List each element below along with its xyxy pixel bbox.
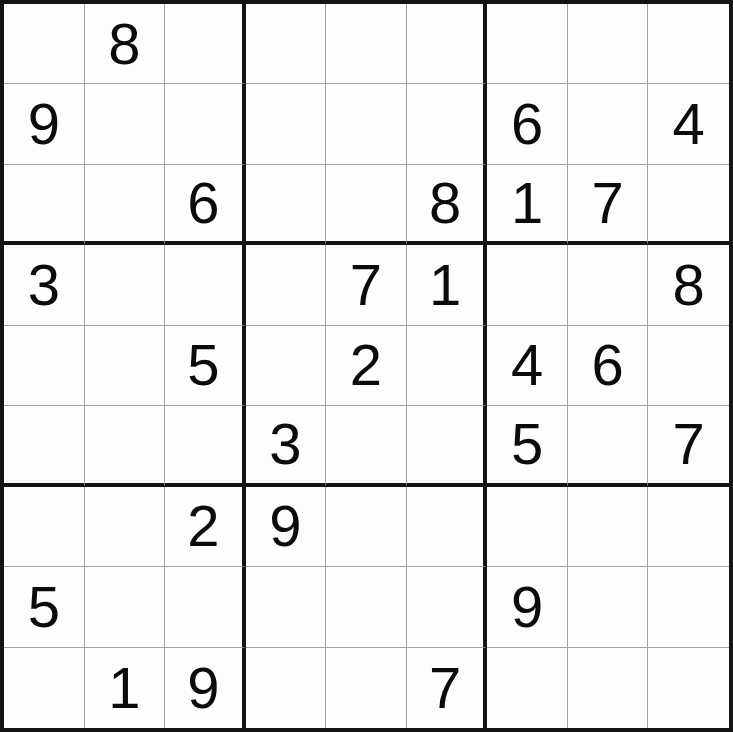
cell-r3c1[interactable] xyxy=(4,165,85,245)
cell-r8c4[interactable] xyxy=(246,567,327,647)
cell-r8c9[interactable] xyxy=(648,567,729,647)
cell-r6c3[interactable] xyxy=(165,406,246,486)
cell-r7c6[interactable] xyxy=(407,487,488,567)
given-digit: 7 xyxy=(429,659,461,717)
cell-r4c4[interactable] xyxy=(246,245,327,325)
cell-r5c9[interactable] xyxy=(648,326,729,406)
given-digit: 8 xyxy=(429,174,461,232)
cell-r4c3[interactable] xyxy=(165,245,246,325)
sudoku-board: 89646817371852463572959197 xyxy=(0,0,733,732)
cell-r9c1[interactable] xyxy=(4,648,85,728)
cell-r6c2[interactable] xyxy=(85,406,166,486)
given-digit: 9 xyxy=(28,95,60,153)
cell-r2c1[interactable]: 9 xyxy=(4,84,85,164)
given-digit: 3 xyxy=(28,256,60,314)
given-digit: 8 xyxy=(108,15,140,73)
given-digit: 5 xyxy=(187,336,219,394)
cell-r6c8[interactable] xyxy=(568,406,649,486)
cell-r4c8[interactable] xyxy=(568,245,649,325)
cell-r1c2[interactable]: 8 xyxy=(85,4,166,84)
cell-r3c4[interactable] xyxy=(246,165,327,245)
cell-r8c3[interactable] xyxy=(165,567,246,647)
cell-r2c3[interactable] xyxy=(165,84,246,164)
cell-r8c8[interactable] xyxy=(568,567,649,647)
cell-r3c2[interactable] xyxy=(85,165,166,245)
cell-r7c4[interactable]: 9 xyxy=(246,487,327,567)
given-digit: 9 xyxy=(269,497,301,555)
cell-r9c7[interactable] xyxy=(487,648,568,728)
cell-r2c4[interactable] xyxy=(246,84,327,164)
given-digit: 7 xyxy=(673,415,705,473)
cell-r5c2[interactable] xyxy=(85,326,166,406)
cell-r4c1[interactable]: 3 xyxy=(4,245,85,325)
given-digit: 1 xyxy=(429,256,461,314)
cell-r4c9[interactable]: 8 xyxy=(648,245,729,325)
cell-r3c8[interactable]: 7 xyxy=(568,165,649,245)
cell-r9c3[interactable]: 9 xyxy=(165,648,246,728)
cell-r9c2[interactable]: 1 xyxy=(85,648,166,728)
cell-r7c9[interactable] xyxy=(648,487,729,567)
cell-r9c9[interactable] xyxy=(648,648,729,728)
cell-r1c7[interactable] xyxy=(487,4,568,84)
cell-r5c8[interactable]: 6 xyxy=(568,326,649,406)
cell-r4c5[interactable]: 7 xyxy=(326,245,407,325)
cell-r1c6[interactable] xyxy=(407,4,488,84)
cell-r7c8[interactable] xyxy=(568,487,649,567)
cell-r2c6[interactable] xyxy=(407,84,488,164)
cell-r7c7[interactable] xyxy=(487,487,568,567)
cell-r2c9[interactable]: 4 xyxy=(648,84,729,164)
given-digit: 1 xyxy=(511,174,543,232)
cell-r5c6[interactable] xyxy=(407,326,488,406)
cell-r7c1[interactable] xyxy=(4,487,85,567)
cell-r5c3[interactable]: 5 xyxy=(165,326,246,406)
cell-r2c8[interactable] xyxy=(568,84,649,164)
cell-r8c7[interactable]: 9 xyxy=(487,567,568,647)
given-digit: 9 xyxy=(511,578,543,636)
cell-r7c3[interactable]: 2 xyxy=(165,487,246,567)
cell-r5c4[interactable] xyxy=(246,326,327,406)
cell-r6c9[interactable]: 7 xyxy=(648,406,729,486)
given-digit: 6 xyxy=(592,336,624,394)
cell-r5c1[interactable] xyxy=(4,326,85,406)
cell-r6c6[interactable] xyxy=(407,406,488,486)
cell-r9c8[interactable] xyxy=(568,648,649,728)
given-digit: 6 xyxy=(187,174,219,232)
cell-r8c5[interactable] xyxy=(326,567,407,647)
cell-r8c2[interactable] xyxy=(85,567,166,647)
cell-r3c7[interactable]: 1 xyxy=(487,165,568,245)
cell-r1c4[interactable] xyxy=(246,4,327,84)
given-digit: 1 xyxy=(108,659,140,717)
cell-r3c3[interactable]: 6 xyxy=(165,165,246,245)
cell-r8c6[interactable] xyxy=(407,567,488,647)
cell-r8c1[interactable]: 5 xyxy=(4,567,85,647)
cell-r4c2[interactable] xyxy=(85,245,166,325)
given-digit: 6 xyxy=(511,95,543,153)
cell-r9c5[interactable] xyxy=(326,648,407,728)
cell-r5c5[interactable]: 2 xyxy=(326,326,407,406)
given-digit: 2 xyxy=(350,336,382,394)
given-digit: 4 xyxy=(511,336,543,394)
cell-r1c3[interactable] xyxy=(165,4,246,84)
cell-r7c5[interactable] xyxy=(326,487,407,567)
cell-r9c4[interactable] xyxy=(246,648,327,728)
cell-r6c7[interactable]: 5 xyxy=(487,406,568,486)
given-digit: 4 xyxy=(673,95,705,153)
cell-r2c2[interactable] xyxy=(85,84,166,164)
cell-r1c5[interactable] xyxy=(326,4,407,84)
given-digit: 2 xyxy=(187,497,219,555)
given-digit: 7 xyxy=(592,174,624,232)
cell-r3c6[interactable]: 8 xyxy=(407,165,488,245)
cell-r2c5[interactable] xyxy=(326,84,407,164)
cell-r6c1[interactable] xyxy=(4,406,85,486)
given-digit: 3 xyxy=(269,415,301,473)
cell-r6c5[interactable] xyxy=(326,406,407,486)
cell-r3c5[interactable] xyxy=(326,165,407,245)
cell-r1c1[interactable] xyxy=(4,4,85,84)
cell-r4c7[interactable] xyxy=(487,245,568,325)
given-digit: 5 xyxy=(511,415,543,473)
cell-r9c6[interactable]: 7 xyxy=(407,648,488,728)
cell-r5c7[interactable]: 4 xyxy=(487,326,568,406)
cell-r4c6[interactable]: 1 xyxy=(407,245,488,325)
given-digit: 9 xyxy=(187,659,219,717)
given-digit: 8 xyxy=(673,256,705,314)
given-digit: 7 xyxy=(350,256,382,314)
cell-r1c8[interactable] xyxy=(568,4,649,84)
cell-r3c9[interactable] xyxy=(648,165,729,245)
cell-r7c2[interactable] xyxy=(85,487,166,567)
given-digit: 5 xyxy=(28,578,60,636)
cell-r2c7[interactable]: 6 xyxy=(487,84,568,164)
cell-r6c4[interactable]: 3 xyxy=(246,406,327,486)
cell-r1c9[interactable] xyxy=(648,4,729,84)
